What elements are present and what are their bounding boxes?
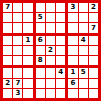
sudoku-cell-empty[interactable] xyxy=(79,89,88,98)
sudoku-cell-empty[interactable] xyxy=(13,13,22,22)
sudoku-cell-empty[interactable] xyxy=(13,23,22,32)
sudoku-cell-empty[interactable] xyxy=(79,56,88,65)
sudoku-cell-given: 2 xyxy=(89,3,98,12)
sudoku-cell-empty[interactable] xyxy=(46,68,55,77)
sudoku-cell-empty[interactable] xyxy=(56,89,65,98)
sudoku-cell-empty[interactable] xyxy=(13,46,22,55)
sudoku-cell-empty[interactable] xyxy=(79,3,88,12)
sudoku-cell-empty[interactable] xyxy=(89,36,98,45)
sudoku-cell-empty[interactable] xyxy=(23,68,32,77)
sudoku-cell-empty[interactable] xyxy=(68,36,77,45)
sudoku-cell-empty[interactable] xyxy=(46,23,55,32)
sudoku-cell-empty[interactable] xyxy=(68,89,77,98)
sudoku-cell-empty[interactable] xyxy=(46,13,55,22)
sudoku-cell-empty[interactable] xyxy=(13,3,22,12)
sudoku-cell-empty[interactable] xyxy=(56,79,65,88)
sudoku-cell-empty[interactable] xyxy=(56,13,65,22)
sudoku-cell-given: 8 xyxy=(36,56,45,65)
sudoku-cell-empty[interactable] xyxy=(23,3,32,12)
sudoku-cell-empty[interactable] xyxy=(36,79,45,88)
sudoku-cell-empty[interactable] xyxy=(68,23,77,32)
sudoku-cell-empty[interactable] xyxy=(89,68,98,77)
sudoku-cell-empty[interactable] xyxy=(89,79,98,88)
sudoku-cell-given: 1 xyxy=(68,68,77,77)
sudoku-cell-given: 1 xyxy=(23,36,32,45)
sudoku-cell-given: 2 xyxy=(46,46,55,55)
sudoku-cell-given: 3 xyxy=(68,3,77,12)
sudoku-cell-empty[interactable] xyxy=(79,23,88,32)
sudoku-cell-empty[interactable] xyxy=(36,23,45,32)
sudoku-cell-given: 7 xyxy=(13,79,22,88)
sudoku-cell-empty[interactable] xyxy=(3,89,12,98)
sudoku-cell-given: 7 xyxy=(89,23,98,32)
sudoku-cell-empty[interactable] xyxy=(68,13,77,22)
sudoku-cell-empty[interactable] xyxy=(23,46,32,55)
sudoku-cell-empty[interactable] xyxy=(23,79,32,88)
sudoku-cell-empty[interactable] xyxy=(89,89,98,98)
sudoku-cell-given: 5 xyxy=(79,68,88,77)
sudoku-cell-empty[interactable] xyxy=(46,36,55,45)
sudoku-cell-empty[interactable] xyxy=(3,13,12,22)
sudoku-cell-empty[interactable] xyxy=(56,46,65,55)
sudoku-cell-given: 3 xyxy=(13,89,22,98)
sudoku-cell-empty[interactable] xyxy=(79,46,88,55)
sudoku-cell-given: 4 xyxy=(79,36,88,45)
sudoku-cell-empty[interactable] xyxy=(36,46,45,55)
sudoku-cell-given: 4 xyxy=(56,68,65,77)
sudoku-cell-given: 6 xyxy=(36,36,45,45)
sudoku-cell-empty[interactable] xyxy=(23,56,32,65)
sudoku-cell-empty[interactable] xyxy=(36,89,45,98)
sudoku-cell-given: 6 xyxy=(68,79,77,88)
sudoku-cell-empty[interactable] xyxy=(3,68,12,77)
sudoku-cell-empty[interactable] xyxy=(13,56,22,65)
sudoku-cell-empty[interactable] xyxy=(36,3,45,12)
sudoku-cell-empty[interactable] xyxy=(23,13,32,22)
sudoku-board: 73257164284152763 xyxy=(0,0,101,101)
sudoku-cell-empty[interactable] xyxy=(68,56,77,65)
sudoku-cell-empty[interactable] xyxy=(56,56,65,65)
sudoku-cell-empty[interactable] xyxy=(89,56,98,65)
sudoku-cell-empty[interactable] xyxy=(46,79,55,88)
sudoku-cell-empty[interactable] xyxy=(89,13,98,22)
sudoku-cell-empty[interactable] xyxy=(23,23,32,32)
sudoku-cell-empty[interactable] xyxy=(79,79,88,88)
sudoku-cell-empty[interactable] xyxy=(46,89,55,98)
sudoku-cell-given: 2 xyxy=(3,79,12,88)
sudoku-cell-empty[interactable] xyxy=(46,56,55,65)
sudoku-cell-empty[interactable] xyxy=(13,68,22,77)
sudoku-puzzle: 73257164284152763 xyxy=(0,0,101,101)
sudoku-cell-empty[interactable] xyxy=(79,13,88,22)
sudoku-cell-given: 7 xyxy=(3,3,12,12)
sudoku-cell-empty[interactable] xyxy=(3,56,12,65)
sudoku-cell-empty[interactable] xyxy=(89,46,98,55)
sudoku-cell-empty[interactable] xyxy=(68,46,77,55)
sudoku-cell-empty[interactable] xyxy=(23,89,32,98)
sudoku-cell-empty[interactable] xyxy=(56,3,65,12)
sudoku-cell-given: 5 xyxy=(36,13,45,22)
sudoku-cell-empty[interactable] xyxy=(3,46,12,55)
sudoku-cell-empty[interactable] xyxy=(46,3,55,12)
sudoku-cell-empty[interactable] xyxy=(36,68,45,77)
sudoku-cell-empty[interactable] xyxy=(56,23,65,32)
sudoku-cell-empty[interactable] xyxy=(13,36,22,45)
sudoku-cell-empty[interactable] xyxy=(3,36,12,45)
sudoku-cell-empty[interactable] xyxy=(56,36,65,45)
sudoku-cell-empty[interactable] xyxy=(3,23,12,32)
